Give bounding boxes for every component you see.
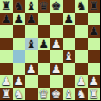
- piece-white-king-e1[interactable]: ♚: [51, 88, 61, 101]
- square-a8[interactable]: ♜: [0, 0, 13, 13]
- piece-black-bishop-c5[interactable]: ♝: [26, 38, 36, 51]
- square-a6[interactable]: [0, 25, 13, 38]
- square-e4[interactable]: [50, 50, 63, 63]
- piece-black-pawn-b7[interactable]: ♟: [14, 13, 24, 26]
- piece-black-pawn-d5[interactable]: ♟: [39, 38, 49, 51]
- piece-white-pawn-e5[interactable]: ♟: [51, 38, 61, 51]
- square-h2[interactable]: ♟: [88, 75, 101, 88]
- square-d7[interactable]: [38, 13, 51, 26]
- piece-white-knight-g1[interactable]: ♞: [76, 88, 86, 101]
- square-f6[interactable]: [63, 25, 76, 38]
- square-a4[interactable]: [0, 50, 13, 63]
- square-a2[interactable]: ♟: [0, 75, 13, 88]
- square-c8[interactable]: ♝: [25, 0, 38, 13]
- square-e2[interactable]: [50, 75, 63, 88]
- square-h7[interactable]: [88, 13, 101, 26]
- square-b5[interactable]: [13, 38, 26, 51]
- square-c2[interactable]: [25, 75, 38, 88]
- square-h8[interactable]: ♜: [88, 0, 101, 13]
- square-c5[interactable]: ♝: [25, 38, 38, 51]
- square-f7[interactable]: ♟: [63, 13, 76, 26]
- square-d6[interactable]: [38, 25, 51, 38]
- square-b1[interactable]: ♞: [13, 88, 26, 101]
- piece-black-rook-h8[interactable]: ♜: [89, 0, 99, 13]
- square-f2[interactable]: [63, 75, 76, 88]
- square-b2[interactable]: ♟: [13, 75, 26, 88]
- square-c6[interactable]: [25, 25, 38, 38]
- square-h4[interactable]: [88, 50, 101, 63]
- piece-black-knight-b8[interactable]: ♞: [14, 0, 24, 13]
- piece-black-knight-g8[interactable]: ♞: [76, 0, 86, 13]
- square-e3[interactable]: ♟: [50, 63, 63, 76]
- square-g6[interactable]: [75, 25, 88, 38]
- square-f4[interactable]: ♝: [63, 50, 76, 63]
- square-c7[interactable]: ♟: [25, 13, 38, 26]
- square-f8[interactable]: [63, 0, 76, 13]
- piece-black-king-e8[interactable]: ♚: [51, 0, 61, 13]
- piece-white-pawn-c3[interactable]: ♟: [26, 63, 36, 76]
- piece-white-pawn-g2[interactable]: ♟: [76, 75, 86, 88]
- square-c1[interactable]: [25, 88, 38, 101]
- square-d3[interactable]: [38, 63, 51, 76]
- square-e1[interactable]: ♚: [50, 88, 63, 101]
- square-h5[interactable]: [88, 38, 101, 51]
- piece-black-pawn-c7[interactable]: ♟: [26, 13, 36, 26]
- piece-black-pawn-a7[interactable]: ♟: [1, 13, 11, 26]
- square-h3[interactable]: [88, 63, 101, 76]
- square-c3[interactable]: ♟: [25, 63, 38, 76]
- piece-black-pawn-h6[interactable]: ♟: [89, 25, 99, 38]
- square-f3[interactable]: [63, 63, 76, 76]
- square-g3[interactable]: [75, 63, 88, 76]
- piece-white-pawn-e3[interactable]: ♟: [51, 63, 61, 76]
- square-e7[interactable]: [50, 13, 63, 26]
- square-a5[interactable]: [0, 38, 13, 51]
- square-d8[interactable]: ♛: [38, 0, 51, 13]
- piece-white-bishop-f1[interactable]: ♝: [64, 88, 74, 101]
- piece-black-bishop-c8[interactable]: ♝: [26, 0, 36, 13]
- square-b8[interactable]: ♞: [13, 0, 26, 13]
- square-b6[interactable]: [13, 25, 26, 38]
- square-h1[interactable]: ♜: [88, 88, 101, 101]
- square-a3[interactable]: [0, 63, 13, 76]
- square-a1[interactable]: ♜: [0, 88, 13, 101]
- square-d1[interactable]: ♛: [38, 88, 51, 101]
- square-f5[interactable]: [63, 38, 76, 51]
- square-g4[interactable]: [75, 50, 88, 63]
- square-g2[interactable]: ♟: [75, 75, 88, 88]
- square-h6[interactable]: ♟: [88, 25, 101, 38]
- chess-board: ♜♞♝♛♚♞♜♟♟♟♟♟♝♟♟♝♟♟♟♟♟♟♜♞♛♚♝♞♜: [0, 0, 100, 100]
- piece-black-rook-a8[interactable]: ♜: [1, 0, 11, 13]
- square-e6[interactable]: [50, 25, 63, 38]
- piece-white-rook-a1[interactable]: ♜: [1, 88, 11, 101]
- piece-white-rook-h1[interactable]: ♜: [89, 88, 99, 101]
- square-b4[interactable]: [13, 50, 26, 63]
- square-c4[interactable]: [25, 50, 38, 63]
- piece-white-knight-b1[interactable]: ♞: [14, 88, 24, 101]
- square-f1[interactable]: ♝: [63, 88, 76, 101]
- square-a7[interactable]: ♟: [0, 13, 13, 26]
- piece-white-pawn-a2[interactable]: ♟: [1, 75, 11, 88]
- square-d2[interactable]: [38, 75, 51, 88]
- square-d4[interactable]: [38, 50, 51, 63]
- piece-black-queen-d8[interactable]: ♛: [39, 0, 49, 13]
- piece-black-pawn-f7[interactable]: ♟: [64, 13, 74, 26]
- square-e5[interactable]: ♟: [50, 38, 63, 51]
- square-b7[interactable]: ♟: [13, 13, 26, 26]
- square-g1[interactable]: ♞: [75, 88, 88, 101]
- square-g7[interactable]: [75, 13, 88, 26]
- piece-white-pawn-h2[interactable]: ♟: [89, 75, 99, 88]
- square-b3[interactable]: [13, 63, 26, 76]
- square-d5[interactable]: ♟: [38, 38, 51, 51]
- square-e8[interactable]: ♚: [50, 0, 63, 13]
- piece-white-queen-d1[interactable]: ♛: [39, 88, 49, 101]
- square-g5[interactable]: [75, 38, 88, 51]
- square-g8[interactable]: ♞: [75, 0, 88, 13]
- piece-white-bishop-f4[interactable]: ♝: [64, 50, 74, 63]
- piece-white-pawn-b2[interactable]: ♟: [14, 75, 24, 88]
